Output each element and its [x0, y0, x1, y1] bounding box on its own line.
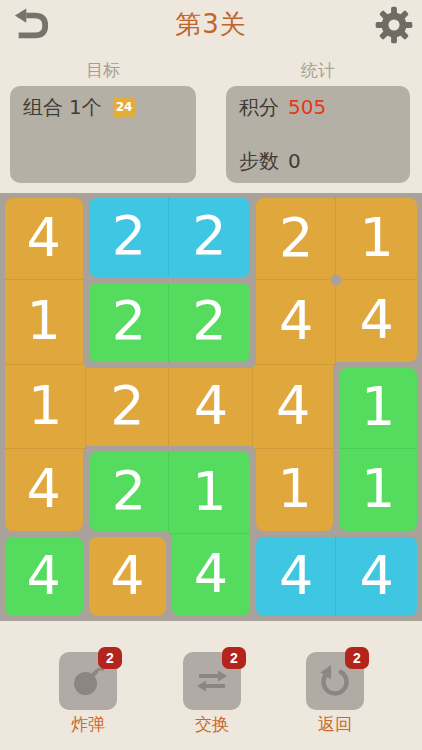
tile-value: 4 — [194, 547, 228, 601]
steps-label: 步数 — [239, 149, 279, 173]
tile-r3c5[interactable]: 1 — [339, 368, 417, 450]
board-gap-dot — [331, 274, 342, 285]
tile-value: 1 — [361, 380, 395, 434]
tile-value: 4 — [276, 379, 310, 433]
stats-panel: 积分 505 步数 0 — [226, 86, 410, 183]
tile-r5c5[interactable]: 4 — [336, 537, 417, 616]
undo-icon — [317, 663, 353, 699]
tile-value: 4 — [194, 379, 228, 433]
tile-r3c4[interactable]: 4 — [253, 365, 334, 450]
level-title: 第3关 — [0, 7, 422, 42]
settings-button[interactable] — [374, 5, 414, 45]
tile-r2c3[interactable]: 2 — [169, 283, 250, 362]
tile-r4c5[interactable]: 1 — [339, 449, 417, 531]
score-label: 积分 — [239, 95, 279, 119]
swap-label: 交换 — [183, 713, 241, 736]
tile-value: 2 — [112, 464, 146, 518]
tile-r4c2[interactable]: 2 — [89, 452, 170, 531]
tile-r2c2[interactable]: 2 — [89, 283, 170, 362]
tile-value: 4 — [360, 293, 394, 347]
tile-r1c5[interactable]: 1 — [336, 198, 417, 280]
tile-r5c4[interactable]: 4 — [256, 537, 337, 616]
tile-value: 4 — [27, 462, 61, 516]
tile-r1c2[interactable]: 2 — [89, 198, 170, 277]
undo-count-badge: 2 — [345, 647, 369, 669]
goal-label: 组合 — [23, 95, 63, 119]
tile-value: 2 — [112, 294, 146, 348]
tile-r3c3[interactable]: 4 — [169, 368, 253, 447]
tile-r5c2[interactable]: 4 — [89, 537, 167, 616]
goal-badge: 24 — [113, 97, 136, 118]
tile-r5c3[interactable]: 4 — [172, 534, 250, 616]
tile-value: 1 — [277, 462, 311, 516]
swap-tool: 2 交换 — [183, 652, 241, 736]
tile-value: 4 — [110, 549, 144, 603]
goal-count: 1个 — [69, 95, 102, 119]
tile-r3c2[interactable]: 2 — [86, 368, 170, 447]
tile-r5c1[interactable]: 4 — [5, 537, 83, 616]
tile-value: 4 — [27, 211, 61, 265]
goal-header: 目标 — [10, 59, 196, 82]
tile-value: 4 — [360, 549, 394, 603]
tile-r4c1[interactable]: 4 — [5, 449, 83, 531]
undo-tool: 2 返回 — [306, 652, 364, 736]
steps-value: 0 — [288, 149, 301, 173]
goal-panel: 组合 1个 24 — [10, 86, 196, 183]
swap-button[interactable]: 2 — [183, 652, 241, 710]
tile-value: 1 — [192, 465, 226, 519]
tile-r4c4[interactable]: 1 — [256, 449, 334, 531]
tile-r1c1[interactable]: 4 — [5, 198, 83, 280]
tile-r1c4[interactable]: 2 — [256, 198, 337, 280]
bomb-label: 炸弹 — [59, 713, 117, 736]
undo-label: 返回 — [306, 713, 364, 736]
tile-r4c3[interactable]: 1 — [169, 452, 250, 534]
gear-icon — [374, 5, 414, 45]
swap-icon — [194, 663, 230, 699]
swap-count-badge: 2 — [222, 647, 246, 669]
tile-value: 4 — [279, 549, 313, 603]
tile-value: 1 — [360, 211, 394, 265]
game-board: 4222112244124414211144444 — [0, 193, 422, 621]
bomb-count-badge: 2 — [98, 647, 122, 669]
bomb-icon — [70, 663, 106, 699]
tile-r2c4[interactable]: 4 — [256, 280, 337, 365]
tile-value: 1 — [27, 294, 61, 348]
tile-value: 4 — [27, 549, 61, 603]
tile-value: 4 — [279, 294, 313, 348]
tile-value: 2 — [192, 209, 226, 263]
app-screen: 第3关 目标 统计 组合 1个 24 — [0, 0, 422, 750]
tile-r2c1[interactable]: 1 — [5, 280, 83, 365]
tile-value: 2 — [192, 294, 226, 348]
undo-button[interactable]: 2 — [306, 652, 364, 710]
tile-value: 2 — [279, 211, 313, 265]
bomb-tool: 2 炸弹 — [59, 652, 117, 736]
score-value: 505 — [288, 95, 326, 119]
tile-r3c1[interactable]: 1 — [5, 365, 86, 450]
bomb-button[interactable]: 2 — [59, 652, 117, 710]
tile-r2c5[interactable]: 4 — [336, 280, 417, 362]
tile-value: 2 — [112, 209, 146, 263]
tile-value: 1 — [361, 462, 395, 516]
tile-r1c3[interactable]: 2 — [169, 198, 250, 277]
tile-value: 2 — [110, 379, 144, 433]
stats-header: 统计 — [226, 59, 410, 82]
tile-value: 1 — [28, 379, 62, 433]
